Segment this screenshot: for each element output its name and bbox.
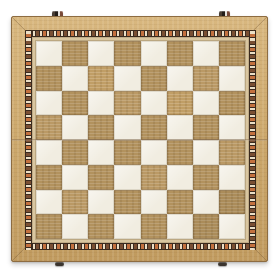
square-h8[interactable] — [219, 41, 245, 66]
square-f8[interactable] — [167, 41, 193, 66]
fold-seam — [12, 139, 267, 141]
frame-mitre-bottom-left — [12, 247, 26, 261]
square-f3[interactable] — [167, 165, 193, 190]
square-e8[interactable] — [141, 41, 167, 66]
square-h3[interactable] — [219, 165, 245, 190]
square-b3[interactable] — [62, 165, 88, 190]
square-g4[interactable] — [193, 140, 219, 165]
square-a1[interactable] — [36, 214, 62, 239]
square-c7[interactable] — [88, 66, 114, 91]
square-d8[interactable] — [114, 41, 140, 66]
square-c1[interactable] — [88, 214, 114, 239]
square-f4[interactable] — [167, 140, 193, 165]
square-b8[interactable] — [62, 41, 88, 66]
square-a6[interactable] — [36, 91, 62, 116]
square-f5[interactable] — [167, 115, 193, 140]
left-clasp-pin — [55, 262, 64, 266]
mosaic-border-top — [25, 30, 256, 37]
square-f6[interactable] — [167, 91, 193, 116]
mosaic-border-bottom — [25, 243, 256, 250]
chess-board — [11, 16, 268, 262]
square-g5[interactable] — [193, 115, 219, 140]
square-g7[interactable] — [193, 66, 219, 91]
square-e3[interactable] — [141, 165, 167, 190]
square-b1[interactable] — [62, 214, 88, 239]
square-b6[interactable] — [62, 91, 88, 116]
square-c2[interactable] — [88, 190, 114, 215]
square-h2[interactable] — [219, 190, 245, 215]
square-e2[interactable] — [141, 190, 167, 215]
square-a3[interactable] — [36, 165, 62, 190]
square-h1[interactable] — [219, 214, 245, 239]
square-b2[interactable] — [62, 190, 88, 215]
square-f1[interactable] — [167, 214, 193, 239]
square-g3[interactable] — [193, 165, 219, 190]
square-b4[interactable] — [62, 140, 88, 165]
square-g1[interactable] — [193, 214, 219, 239]
square-a8[interactable] — [36, 41, 62, 66]
square-b7[interactable] — [62, 66, 88, 91]
square-g8[interactable] — [193, 41, 219, 66]
product-photo-scene — [0, 0, 280, 280]
frame-mitre-top-right — [253, 17, 267, 31]
square-c4[interactable] — [88, 140, 114, 165]
square-h5[interactable] — [219, 115, 245, 140]
square-d1[interactable] — [114, 214, 140, 239]
square-d5[interactable] — [114, 115, 140, 140]
square-c8[interactable] — [88, 41, 114, 66]
square-a7[interactable] — [36, 66, 62, 91]
square-c6[interactable] — [88, 91, 114, 116]
square-g2[interactable] — [193, 190, 219, 215]
square-d2[interactable] — [114, 190, 140, 215]
square-d3[interactable] — [114, 165, 140, 190]
square-g6[interactable] — [193, 91, 219, 116]
square-h6[interactable] — [219, 91, 245, 116]
square-f7[interactable] — [167, 66, 193, 91]
right-clasp-pin — [218, 262, 227, 266]
square-e1[interactable] — [141, 214, 167, 239]
square-e4[interactable] — [141, 140, 167, 165]
square-a5[interactable] — [36, 115, 62, 140]
square-e5[interactable] — [141, 115, 167, 140]
square-a2[interactable] — [36, 190, 62, 215]
square-c3[interactable] — [88, 165, 114, 190]
square-d4[interactable] — [114, 140, 140, 165]
square-b5[interactable] — [62, 115, 88, 140]
square-e6[interactable] — [141, 91, 167, 116]
square-f2[interactable] — [167, 190, 193, 215]
square-c5[interactable] — [88, 115, 114, 140]
frame-mitre-top-left — [12, 17, 26, 31]
square-d6[interactable] — [114, 91, 140, 116]
square-h7[interactable] — [219, 66, 245, 91]
square-h4[interactable] — [219, 140, 245, 165]
square-d7[interactable] — [114, 66, 140, 91]
square-e7[interactable] — [141, 66, 167, 91]
square-a4[interactable] — [36, 140, 62, 165]
